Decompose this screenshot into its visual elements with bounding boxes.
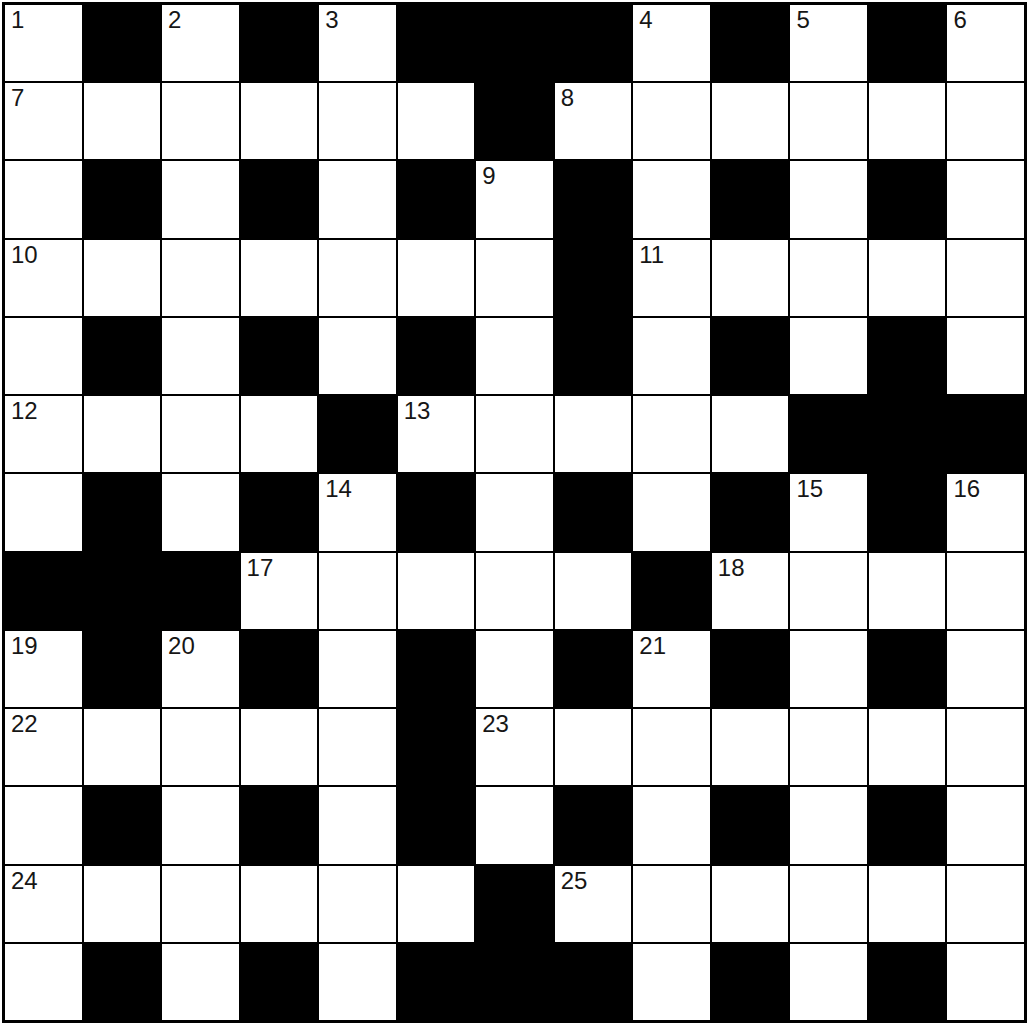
cell-r3c1[interactable]	[5, 161, 82, 237]
cell-r12c3[interactable]	[162, 866, 239, 942]
cell-r10c4[interactable]	[241, 709, 318, 785]
clue-number-15: 15	[796, 476, 823, 501]
crossword-grid: 1234567891011121314151617181920212223242…	[2, 2, 1027, 1023]
cell-r6c8[interactable]	[555, 396, 632, 472]
cell-r12c2[interactable]	[84, 866, 161, 942]
cell-r10c3[interactable]	[162, 709, 239, 785]
cell-r9c11[interactable]	[790, 631, 867, 707]
cell-r7c13[interactable]: 16	[947, 474, 1024, 550]
block-cell-r3c10	[712, 161, 789, 237]
cell-r13c5[interactable]	[319, 944, 396, 1020]
cell-r4c11[interactable]	[790, 240, 867, 316]
cell-r11c5[interactable]	[319, 787, 396, 863]
clue-number-24: 24	[11, 868, 38, 893]
block-cell-r3c4	[241, 161, 318, 237]
block-cell-r4c8	[555, 240, 632, 316]
block-cell-r5c10	[712, 318, 789, 394]
cell-r12c9[interactable]	[633, 866, 710, 942]
cell-r7c7[interactable]	[476, 474, 553, 550]
cell-r2c4[interactable]	[241, 83, 318, 159]
clue-number-10: 10	[11, 242, 38, 267]
block-cell-r5c6	[398, 318, 475, 394]
cell-r2c6[interactable]	[398, 83, 475, 159]
cell-r1c5[interactable]: 3	[319, 5, 396, 81]
block-cell-r10c6	[398, 709, 475, 785]
block-cell-r12c7	[476, 866, 553, 942]
block-cell-r3c2	[84, 161, 161, 237]
cell-r10c2[interactable]	[84, 709, 161, 785]
cell-r10c12[interactable]	[869, 709, 946, 785]
cell-r2c1[interactable]: 7	[5, 83, 82, 159]
clue-number-6: 6	[953, 7, 966, 32]
cell-r12c4[interactable]	[241, 866, 318, 942]
cell-r6c7[interactable]	[476, 396, 553, 472]
block-cell-r7c8	[555, 474, 632, 550]
cell-r8c8[interactable]	[555, 553, 632, 629]
block-cell-r6c12	[869, 396, 946, 472]
cell-r12c6[interactable]	[398, 866, 475, 942]
block-cell-r11c4	[241, 787, 318, 863]
block-cell-r6c11	[790, 396, 867, 472]
cell-r12c13[interactable]	[947, 866, 1024, 942]
block-cell-r3c6	[398, 161, 475, 237]
cell-r1c9[interactable]: 4	[633, 5, 710, 81]
cell-r2c3[interactable]	[162, 83, 239, 159]
cell-r8c4[interactable]: 17	[241, 553, 318, 629]
cell-r5c11[interactable]	[790, 318, 867, 394]
block-cell-r11c10	[712, 787, 789, 863]
cell-r6c10[interactable]	[712, 396, 789, 472]
cell-r10c8[interactable]	[555, 709, 632, 785]
cell-r6c3[interactable]	[162, 396, 239, 472]
clue-number-12: 12	[11, 398, 38, 423]
clue-number-13: 13	[404, 398, 431, 423]
cell-r4c5[interactable]	[319, 240, 396, 316]
cell-r1c13[interactable]: 6	[947, 5, 1024, 81]
cell-r13c1[interactable]	[5, 944, 82, 1020]
block-cell-r11c12	[869, 787, 946, 863]
block-cell-r1c8	[555, 5, 632, 81]
block-cell-r3c12	[869, 161, 946, 237]
cell-r5c9[interactable]	[633, 318, 710, 394]
cell-r10c10[interactable]	[712, 709, 789, 785]
cell-r6c9[interactable]	[633, 396, 710, 472]
clue-number-1: 1	[11, 7, 24, 32]
cell-r6c4[interactable]	[241, 396, 318, 472]
cell-r4c2[interactable]	[84, 240, 161, 316]
cell-r1c3[interactable]: 2	[162, 5, 239, 81]
cell-r12c11[interactable]	[790, 866, 867, 942]
cell-r11c13[interactable]	[947, 787, 1024, 863]
block-cell-r13c4	[241, 944, 318, 1020]
cell-r13c9[interactable]	[633, 944, 710, 1020]
cell-r10c1[interactable]: 22	[5, 709, 82, 785]
clue-number-3: 3	[325, 7, 338, 32]
clue-number-9: 9	[482, 163, 495, 188]
cell-r5c5[interactable]	[319, 318, 396, 394]
cell-r4c4[interactable]	[241, 240, 318, 316]
cell-r7c5[interactable]: 14	[319, 474, 396, 550]
cell-r8c11[interactable]	[790, 553, 867, 629]
cell-r4c12[interactable]	[869, 240, 946, 316]
cell-r6c1[interactable]: 12	[5, 396, 82, 472]
cell-r3c5[interactable]	[319, 161, 396, 237]
block-cell-r5c8	[555, 318, 632, 394]
block-cell-r9c10	[712, 631, 789, 707]
cell-r12c10[interactable]	[712, 866, 789, 942]
cell-r12c1[interactable]: 24	[5, 866, 82, 942]
cell-r13c11[interactable]	[790, 944, 867, 1020]
block-cell-r1c12	[869, 5, 946, 81]
cell-r2c9[interactable]	[633, 83, 710, 159]
cell-r3c9[interactable]	[633, 161, 710, 237]
cell-r2c13[interactable]	[947, 83, 1024, 159]
block-cell-r1c2	[84, 5, 161, 81]
cell-r10c7[interactable]: 23	[476, 709, 553, 785]
cell-r4c13[interactable]	[947, 240, 1024, 316]
cell-r8c6[interactable]	[398, 553, 475, 629]
block-cell-r11c8	[555, 787, 632, 863]
cell-r5c3[interactable]	[162, 318, 239, 394]
cell-r7c9[interactable]	[633, 474, 710, 550]
cell-r12c5[interactable]	[319, 866, 396, 942]
cell-r5c13[interactable]	[947, 318, 1024, 394]
clue-number-20: 20	[168, 633, 195, 658]
block-cell-r13c10	[712, 944, 789, 1020]
block-cell-r13c12	[869, 944, 946, 1020]
cell-r10c5[interactable]	[319, 709, 396, 785]
block-cell-r13c7	[476, 944, 553, 1020]
clue-number-8: 8	[561, 85, 574, 110]
cell-r7c11[interactable]: 15	[790, 474, 867, 550]
block-cell-r6c5	[319, 396, 396, 472]
cell-r8c13[interactable]	[947, 553, 1024, 629]
cell-r7c3[interactable]	[162, 474, 239, 550]
cell-r4c9[interactable]: 11	[633, 240, 710, 316]
cell-r4c10[interactable]	[712, 240, 789, 316]
cell-r5c1[interactable]	[5, 318, 82, 394]
block-cell-r13c8	[555, 944, 632, 1020]
clue-number-17: 17	[247, 555, 274, 580]
block-cell-r8c9	[633, 553, 710, 629]
cell-r4c6[interactable]	[398, 240, 475, 316]
cell-r8c7[interactable]	[476, 553, 553, 629]
block-cell-r11c2	[84, 787, 161, 863]
block-cell-r9c2	[84, 631, 161, 707]
clue-number-21: 21	[639, 633, 666, 658]
block-cell-r9c6	[398, 631, 475, 707]
crossword-page: 1234567891011121314151617181920212223242…	[0, 0, 1030, 1026]
clue-number-23: 23	[482, 711, 509, 736]
block-cell-r7c12	[869, 474, 946, 550]
block-cell-r6c13	[947, 396, 1024, 472]
cell-r3c3[interactable]	[162, 161, 239, 237]
block-cell-r5c12	[869, 318, 946, 394]
cell-r9c3[interactable]: 20	[162, 631, 239, 707]
cell-r2c10[interactable]	[712, 83, 789, 159]
cell-r3c7[interactable]: 9	[476, 161, 553, 237]
cell-r2c8[interactable]: 8	[555, 83, 632, 159]
cell-r8c10[interactable]: 18	[712, 553, 789, 629]
cell-r12c12[interactable]	[869, 866, 946, 942]
block-cell-r7c4	[241, 474, 318, 550]
block-cell-r1c7	[476, 5, 553, 81]
clue-number-2: 2	[168, 7, 181, 32]
block-cell-r13c2	[84, 944, 161, 1020]
clue-number-16: 16	[953, 476, 980, 501]
clue-number-18: 18	[718, 555, 745, 580]
block-cell-r9c8	[555, 631, 632, 707]
clue-number-4: 4	[639, 7, 652, 32]
clue-number-19: 19	[11, 633, 38, 658]
cell-r7c1[interactable]	[5, 474, 82, 550]
block-cell-r3c8	[555, 161, 632, 237]
cell-r6c2[interactable]	[84, 396, 161, 472]
clue-number-7: 7	[11, 85, 24, 110]
cell-r3c13[interactable]	[947, 161, 1024, 237]
block-cell-r1c10	[712, 5, 789, 81]
cell-r1c11[interactable]: 5	[790, 5, 867, 81]
cell-r4c1[interactable]: 10	[5, 240, 82, 316]
block-cell-r1c6	[398, 5, 475, 81]
block-cell-r8c1	[5, 553, 82, 629]
cell-r4c7[interactable]	[476, 240, 553, 316]
clue-number-11: 11	[639, 242, 664, 267]
cell-r10c11[interactable]	[790, 709, 867, 785]
cell-r2c2[interactable]	[84, 83, 161, 159]
cell-r9c1[interactable]: 19	[5, 631, 82, 707]
block-cell-r9c4	[241, 631, 318, 707]
block-cell-r5c2	[84, 318, 161, 394]
cell-r8c12[interactable]	[869, 553, 946, 629]
block-cell-r5c4	[241, 318, 318, 394]
cell-r11c11[interactable]	[790, 787, 867, 863]
block-cell-r8c2	[84, 553, 161, 629]
cell-r11c3[interactable]	[162, 787, 239, 863]
block-cell-r9c12	[869, 631, 946, 707]
cell-r9c7[interactable]	[476, 631, 553, 707]
cell-r12c8[interactable]: 25	[555, 866, 632, 942]
cell-r2c11[interactable]	[790, 83, 867, 159]
clue-number-14: 14	[325, 476, 352, 501]
clue-number-25: 25	[561, 868, 588, 893]
clue-number-5: 5	[796, 7, 809, 32]
cell-r10c13[interactable]	[947, 709, 1024, 785]
cell-r13c13[interactable]	[947, 944, 1024, 1020]
block-cell-r13c6	[398, 944, 475, 1020]
cell-r2c5[interactable]	[319, 83, 396, 159]
cell-r2c12[interactable]	[869, 83, 946, 159]
block-cell-r7c2	[84, 474, 161, 550]
cell-r10c9[interactable]	[633, 709, 710, 785]
cell-r6c6[interactable]: 13	[398, 396, 475, 472]
cell-r13c3[interactable]	[162, 944, 239, 1020]
cell-r11c7[interactable]	[476, 787, 553, 863]
cell-r11c1[interactable]	[5, 787, 82, 863]
cell-r9c5[interactable]	[319, 631, 396, 707]
block-cell-r7c10	[712, 474, 789, 550]
block-cell-r2c7	[476, 83, 553, 159]
block-cell-r8c3	[162, 553, 239, 629]
cell-r1c1[interactable]: 1	[5, 5, 82, 81]
cell-r5c7[interactable]	[476, 318, 553, 394]
cell-r8c5[interactable]	[319, 553, 396, 629]
block-cell-r1c4	[241, 5, 318, 81]
block-cell-r11c6	[398, 787, 475, 863]
cell-r9c13[interactable]	[947, 631, 1024, 707]
block-cell-r7c6	[398, 474, 475, 550]
cell-r9c9[interactable]: 21	[633, 631, 710, 707]
cell-r11c9[interactable]	[633, 787, 710, 863]
cell-r4c3[interactable]	[162, 240, 239, 316]
clue-number-22: 22	[11, 711, 38, 736]
cell-r3c11[interactable]	[790, 161, 867, 237]
